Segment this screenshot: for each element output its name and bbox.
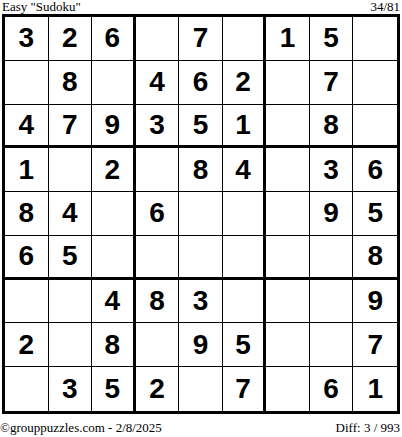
cell-r6c1[interactable]: 6 <box>5 236 49 280</box>
cell-r2c2[interactable]: 8 <box>49 61 93 105</box>
cell-r8c5[interactable]: 9 <box>179 323 223 367</box>
cell-r3c1[interactable]: 4 <box>5 105 49 149</box>
cell-r2c9[interactable] <box>353 61 397 105</box>
cell-r3c6[interactable]: 1 <box>223 105 267 149</box>
cell-r7c7[interactable] <box>266 280 310 324</box>
cell-r1c5[interactable]: 7 <box>179 17 223 61</box>
cell-r9c1[interactable] <box>5 367 49 411</box>
cell-r8c8[interactable] <box>310 323 354 367</box>
cell-r4c1[interactable]: 1 <box>5 148 49 192</box>
cell-r6c8[interactable] <box>310 236 354 280</box>
sudoku-board: 3267158462747935181284368469565848392895… <box>2 14 400 414</box>
cell-r3c3[interactable]: 9 <box>92 105 136 149</box>
cell-r6c4[interactable] <box>136 236 180 280</box>
cell-r2c4[interactable]: 4 <box>136 61 180 105</box>
cell-r4c3[interactable]: 2 <box>92 148 136 192</box>
cell-r5c6[interactable] <box>223 192 267 236</box>
page-footer: ©grouppuzzles.com - 2/8/2025 Diff: 3 / 9… <box>0 420 402 435</box>
cell-r1c3[interactable]: 6 <box>92 17 136 61</box>
cell-r3c8[interactable]: 8 <box>310 105 354 149</box>
cell-r9c3[interactable]: 5 <box>92 367 136 411</box>
cell-r4c8[interactable]: 3 <box>310 148 354 192</box>
cell-r7c3[interactable]: 4 <box>92 280 136 324</box>
cell-r5c4[interactable]: 6 <box>136 192 180 236</box>
cell-r2c6[interactable]: 2 <box>223 61 267 105</box>
cell-r9c2[interactable]: 3 <box>49 367 93 411</box>
cell-r7c8[interactable] <box>310 280 354 324</box>
cell-r9c8[interactable]: 6 <box>310 367 354 411</box>
cell-r1c4[interactable] <box>136 17 180 61</box>
cell-r8c2[interactable] <box>49 323 93 367</box>
cell-r7c9[interactable]: 9 <box>353 280 397 324</box>
cell-r5c2[interactable]: 4 <box>49 192 93 236</box>
cell-r3c7[interactable] <box>266 105 310 149</box>
cell-r1c9[interactable] <box>353 17 397 61</box>
cell-r3c4[interactable]: 3 <box>136 105 180 149</box>
cell-r8c4[interactable] <box>136 323 180 367</box>
cell-r9c5[interactable] <box>179 367 223 411</box>
puzzle-title: Easy "Sudoku" <box>2 0 81 14</box>
cell-r5c7[interactable] <box>266 192 310 236</box>
cell-r5c3[interactable] <box>92 192 136 236</box>
cell-r9c4[interactable]: 2 <box>136 367 180 411</box>
given-counter: 34/81 <box>370 0 400 14</box>
cell-r1c1[interactable]: 3 <box>5 17 49 61</box>
cell-r3c2[interactable]: 7 <box>49 105 93 149</box>
cell-r1c6[interactable] <box>223 17 267 61</box>
cell-r6c2[interactable]: 5 <box>49 236 93 280</box>
cell-r8c7[interactable] <box>266 323 310 367</box>
cell-r6c6[interactable] <box>223 236 267 280</box>
cell-r6c5[interactable] <box>179 236 223 280</box>
cell-r2c1[interactable] <box>5 61 49 105</box>
cell-r4c4[interactable] <box>136 148 180 192</box>
cell-r7c2[interactable] <box>49 280 93 324</box>
cell-r9c9[interactable]: 1 <box>353 367 397 411</box>
cell-r4c7[interactable] <box>266 148 310 192</box>
cell-r4c9[interactable]: 6 <box>353 148 397 192</box>
cell-r8c6[interactable]: 5 <box>223 323 267 367</box>
cell-r2c3[interactable] <box>92 61 136 105</box>
cell-r7c6[interactable] <box>223 280 267 324</box>
cell-r8c9[interactable]: 7 <box>353 323 397 367</box>
cell-r2c5[interactable]: 6 <box>179 61 223 105</box>
cell-r4c2[interactable] <box>49 148 93 192</box>
cell-r2c8[interactable]: 7 <box>310 61 354 105</box>
cell-r6c7[interactable] <box>266 236 310 280</box>
cell-r7c1[interactable] <box>5 280 49 324</box>
cell-r8c1[interactable]: 2 <box>5 323 49 367</box>
cell-r3c9[interactable] <box>353 105 397 149</box>
cell-r9c6[interactable]: 7 <box>223 367 267 411</box>
cell-r3c5[interactable]: 5 <box>179 105 223 149</box>
cell-r5c5[interactable] <box>179 192 223 236</box>
cell-r7c5[interactable]: 3 <box>179 280 223 324</box>
cell-r6c3[interactable] <box>92 236 136 280</box>
cell-r1c7[interactable]: 1 <box>266 17 310 61</box>
page-header: Easy "Sudoku" 34/81 <box>0 0 402 14</box>
cell-r4c6[interactable]: 4 <box>223 148 267 192</box>
cell-r1c2[interactable]: 2 <box>49 17 93 61</box>
cell-r4c5[interactable]: 8 <box>179 148 223 192</box>
cell-r9c7[interactable] <box>266 367 310 411</box>
difficulty-label: Diff: 3 / 993 <box>336 420 400 435</box>
copyright-date: ©grouppuzzles.com - 2/8/2025 <box>0 420 162 435</box>
cell-r8c3[interactable]: 8 <box>92 323 136 367</box>
cell-r5c1[interactable]: 8 <box>5 192 49 236</box>
cell-r5c9[interactable]: 5 <box>353 192 397 236</box>
cell-r6c9[interactable]: 8 <box>353 236 397 280</box>
cell-r2c7[interactable] <box>266 61 310 105</box>
cell-r1c8[interactable]: 5 <box>310 17 354 61</box>
cell-r5c8[interactable]: 9 <box>310 192 354 236</box>
cell-r7c4[interactable]: 8 <box>136 280 180 324</box>
